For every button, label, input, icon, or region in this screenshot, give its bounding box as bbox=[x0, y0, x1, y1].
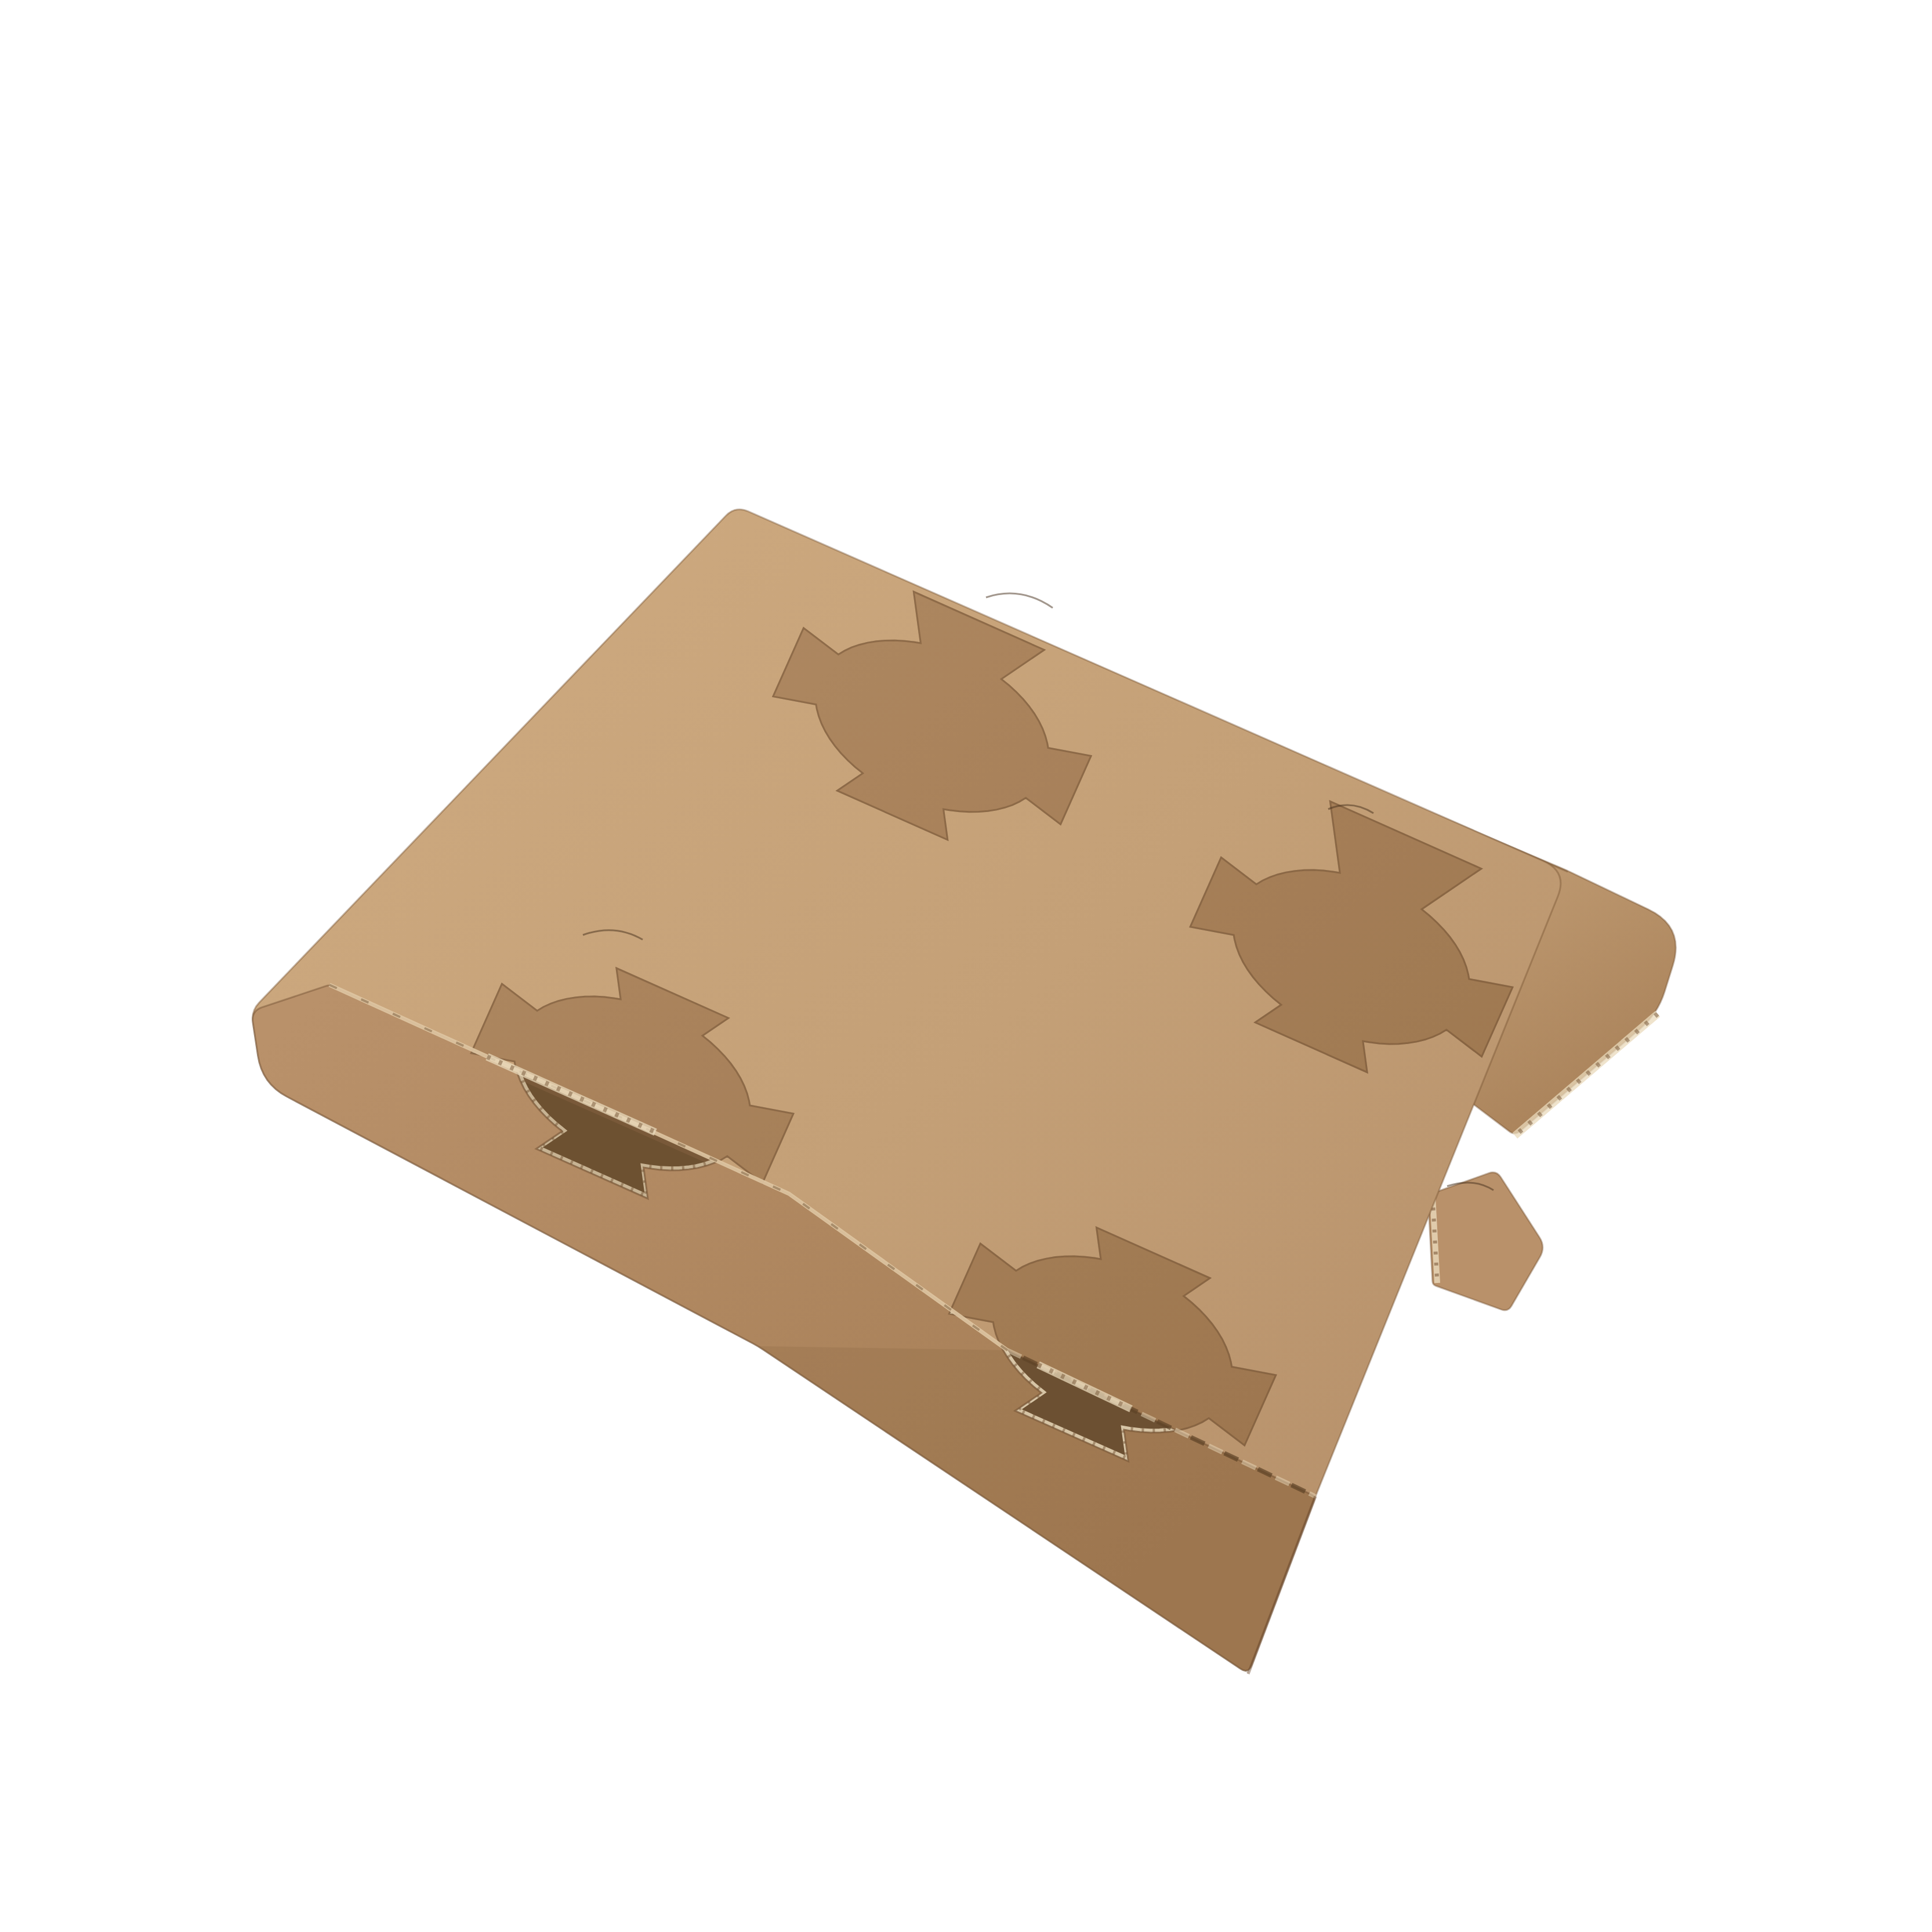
cup-carrier-illustration bbox=[0, 0, 1932, 1932]
product-photo bbox=[0, 0, 1932, 1932]
